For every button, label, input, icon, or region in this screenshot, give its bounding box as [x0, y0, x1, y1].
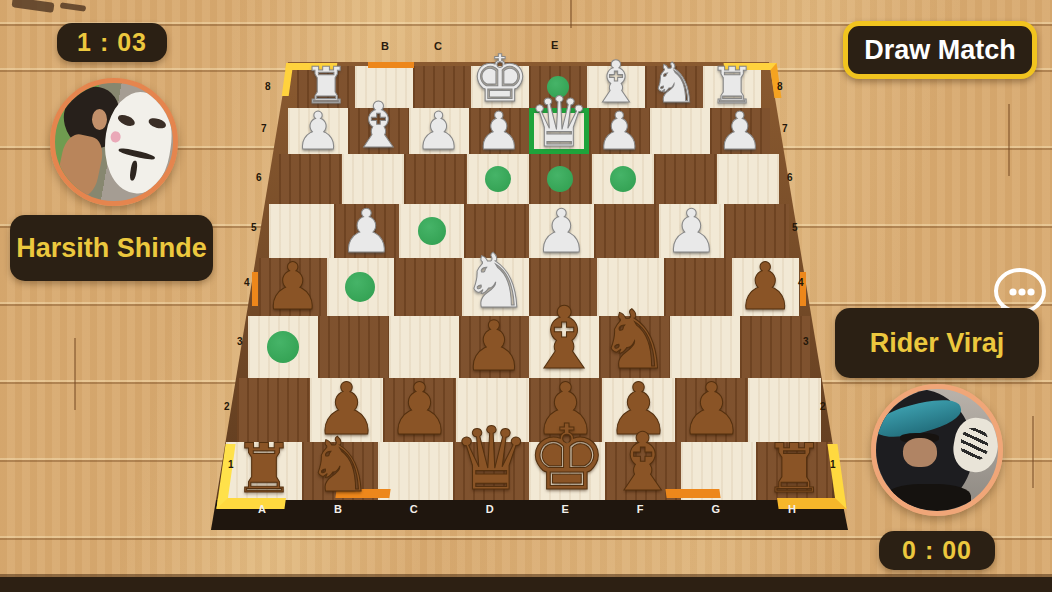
- silver-pawn[interactable]: ♟: [415, 105, 462, 157]
- brown-pawn[interactable]: ♟: [679, 373, 744, 445]
- silver-pawn[interactable]: ♟: [717, 105, 764, 157]
- rank-label-right: 1: [830, 459, 836, 470]
- square-h6[interactable]: [717, 154, 780, 204]
- square-a6[interactable]: [279, 154, 342, 204]
- square-c4[interactable]: [394, 258, 462, 316]
- square-f7[interactable]: ♟: [589, 108, 649, 154]
- file-label-top: E: [551, 39, 558, 51]
- legal-move-dot-c5[interactable]: [418, 217, 446, 245]
- timer-bottom-right: 0 : 00: [879, 531, 995, 570]
- legal-move-dot-d6[interactable]: [485, 166, 511, 192]
- square-d3[interactable]: ♟: [459, 316, 529, 378]
- silver-pawn[interactable]: ♟: [476, 105, 523, 157]
- floor-strip: [0, 577, 1052, 592]
- file-label-top: C: [434, 40, 442, 52]
- chess-board[interactable]: ♜♚♝♞♜♟♝♟♟♛♟♟♟♟♟♟♞♟♟♝♞♟♟♟♟♟♜♞♛♚♝♜: [217, 66, 841, 500]
- rank-label-right: 4: [798, 277, 804, 288]
- silver-bishop[interactable]: ♝: [350, 94, 406, 157]
- rank-label-left: 2: [224, 401, 230, 412]
- mask-goatee: [129, 161, 138, 182]
- rank-label-right: 2: [820, 401, 826, 412]
- silver-pawn[interactable]: ♟: [295, 105, 342, 157]
- glove-stripes: [961, 428, 988, 460]
- wood-knot: [60, 2, 87, 12]
- brown-pawn[interactable]: ♟: [463, 312, 525, 381]
- brown-pawn[interactable]: ♟: [387, 373, 452, 445]
- avatar-neck: [54, 131, 106, 199]
- silver-pawn[interactable]: ♟: [340, 201, 394, 261]
- brown-bishop[interactable]: ♝: [607, 423, 679, 503]
- square-b5[interactable]: ♟: [334, 204, 399, 258]
- rank-label-right: 7: [782, 123, 788, 134]
- file-label-top: B: [381, 40, 389, 52]
- brown-queen[interactable]: ♛: [452, 416, 530, 503]
- square-g4[interactable]: [664, 258, 732, 316]
- wood-plank-joint: [74, 338, 76, 410]
- avatar-ear: [92, 109, 107, 130]
- rank-label-right: 3: [803, 336, 809, 347]
- square-f5[interactable]: [594, 204, 659, 258]
- legal-move-dot-e6[interactable]: [547, 166, 573, 192]
- silver-knight[interactable]: ♞: [649, 56, 698, 111]
- mask-mustache: [117, 147, 154, 161]
- brown-knight[interactable]: ♞: [306, 428, 373, 503]
- player-top-name: Harsith Shinde: [10, 215, 213, 281]
- square-c7[interactable]: ♟: [409, 108, 469, 154]
- square-h4[interactable]: ♟: [732, 258, 800, 316]
- silver-pawn[interactable]: ♟: [535, 201, 589, 261]
- board-rank-5: ♟♟♟: [269, 204, 789, 258]
- square-c2[interactable]: ♟: [383, 378, 456, 442]
- mask-eye: [147, 117, 167, 131]
- legal-move-dot-b4[interactable]: [345, 272, 375, 302]
- rank-label-right: 6: [787, 172, 793, 183]
- square-h7[interactable]: ♟: [710, 108, 770, 154]
- square-d1[interactable]: ♛: [453, 442, 529, 500]
- brown-pawn[interactable]: ♟: [264, 254, 322, 319]
- brown-rook[interactable]: ♜: [764, 435, 825, 503]
- square-c5[interactable]: [399, 204, 464, 258]
- square-b1[interactable]: ♞: [302, 442, 378, 500]
- legal-move-dot-a3[interactable]: [267, 331, 299, 363]
- brown-rook[interactable]: ♜: [233, 435, 294, 503]
- avatar-face: [903, 438, 937, 467]
- square-a7[interactable]: ♟: [288, 108, 348, 154]
- avatar-jacket: [886, 484, 971, 513]
- square-h3[interactable]: [740, 316, 810, 378]
- square-a3[interactable]: [248, 316, 318, 378]
- silver-queen[interactable]: ♛: [528, 88, 590, 157]
- legal-move-dot-f6[interactable]: [610, 166, 636, 192]
- square-c6[interactable]: [404, 154, 467, 204]
- wood-plank-joint: [1008, 104, 1010, 176]
- square-a1[interactable]: ♜: [226, 442, 302, 500]
- wood-plank-joint: [1032, 416, 1034, 488]
- mask-cheek: [110, 131, 121, 143]
- brown-king[interactable]: ♚: [527, 413, 608, 503]
- square-g5[interactable]: ♟: [659, 204, 724, 258]
- square-f6[interactable]: [592, 154, 655, 204]
- player-bottom-name: Rider Viraj: [835, 308, 1039, 378]
- square-g2[interactable]: ♟: [675, 378, 748, 442]
- wood-plank-joint: [570, 0, 572, 28]
- square-h1[interactable]: ♜: [756, 442, 832, 500]
- player-bottom-avatar: [871, 384, 1003, 516]
- brown-pawn[interactable]: ♟: [736, 254, 794, 319]
- rank-label-right: 5: [792, 222, 798, 233]
- rank-label-left: 3: [237, 336, 243, 347]
- square-e1[interactable]: ♚: [529, 442, 605, 500]
- square-d6[interactable]: [467, 154, 530, 204]
- square-b7[interactable]: ♝: [348, 108, 408, 154]
- rank-label-left: 6: [256, 172, 262, 183]
- square-b4[interactable]: [327, 258, 395, 316]
- wood-knot: [12, 0, 55, 13]
- game-screen: ♜♚♝♞♜♟♝♟♟♛♟♟♟♟♟♟♞♟♟♝♞♟♟♟♟♟♜♞♛♚♝♜ A B C D…: [0, 0, 1052, 592]
- square-e7[interactable]: ♛: [529, 108, 589, 154]
- board-edge-tab: [252, 272, 258, 306]
- silver-pawn[interactable]: ♟: [665, 201, 719, 261]
- draw-match-button[interactable]: Draw Match: [843, 21, 1037, 79]
- rank-label-left: 7: [261, 123, 267, 134]
- rank-label-right: 8: [777, 81, 783, 92]
- square-f1[interactable]: ♝: [605, 442, 681, 500]
- file-label: G: [712, 503, 721, 527]
- rank-label-left: 8: [265, 81, 271, 92]
- square-e5[interactable]: ♟: [529, 204, 594, 258]
- file-label: C: [410, 503, 418, 527]
- square-g8[interactable]: ♞: [645, 66, 703, 108]
- player-top-avatar: [50, 78, 178, 206]
- square-d7[interactable]: ♟: [469, 108, 529, 154]
- square-a4[interactable]: ♟: [259, 258, 327, 316]
- rank-label-left: 5: [251, 222, 257, 233]
- mask-eye: [116, 114, 136, 129]
- silver-pawn[interactable]: ♟: [596, 105, 643, 157]
- board-edge-tab: [368, 62, 414, 68]
- timer-top-left: 1 : 03: [57, 23, 167, 62]
- rank-label-left: 4: [244, 277, 250, 288]
